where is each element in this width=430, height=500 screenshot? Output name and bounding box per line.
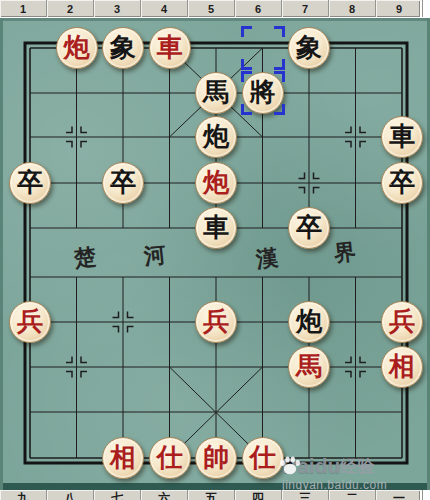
red-piece-炮-f5r3[interactable]: 炮: [195, 162, 237, 204]
red-piece-仕-f4r9[interactable]: 仕: [149, 437, 191, 479]
black-piece-象-f7r0[interactable]: 象: [288, 27, 330, 69]
piece-glyph: 卒: [110, 169, 136, 195]
file-label-5-bottom: 五: [188, 490, 235, 500]
piece-glyph: 象: [296, 34, 322, 60]
piece-glyph: 馬: [203, 79, 229, 105]
piece-glyph: 馬: [296, 353, 322, 379]
file-label-9-top: 9: [376, 0, 423, 17]
piece-glyph: 兵: [389, 308, 415, 334]
piece-glyph: 車: [203, 214, 229, 240]
piece-glyph: 仕: [157, 444, 183, 470]
river-char-han: 漢: [253, 244, 279, 273]
red-piece-仕-f6r9[interactable]: 仕: [242, 437, 284, 479]
red-piece-兵-f5r6[interactable]: 兵: [195, 301, 237, 343]
piece-glyph: 炮: [296, 308, 322, 334]
river-char-jie: 界: [332, 238, 358, 266]
black-piece-卒-f3r3[interactable]: 卒: [102, 162, 144, 204]
river-char-chu: 楚: [71, 243, 98, 272]
black-piece-卒-f1r3[interactable]: 卒: [9, 162, 51, 204]
black-piece-炮-f5r2[interactable]: 炮: [195, 116, 237, 158]
bottom-file-ruler: 九八七六五四三二一: [0, 490, 420, 500]
file-label-6-top: 6: [235, 0, 282, 17]
file-label-4-bottom: 六: [141, 490, 188, 500]
black-piece-卒-f9r3[interactable]: 卒: [381, 162, 423, 204]
file-label-5-top: 5: [188, 0, 235, 17]
xiangqi-game-screen: 123456789 楚 河 漢 界 炮象車象馬將炮車卒卒炮卒車卒兵兵炮兵馬相相仕…: [0, 0, 430, 500]
file-label-6-bottom: 四: [235, 490, 282, 500]
piece-glyph: 兵: [203, 308, 229, 334]
red-piece-相-f3r9[interactable]: 相: [102, 437, 144, 479]
red-piece-帥-f5r9[interactable]: 帥: [195, 437, 237, 479]
piece-glyph: 象: [110, 34, 136, 60]
black-piece-象-f3r0[interactable]: 象: [102, 27, 144, 69]
piece-glyph: 炮: [64, 34, 90, 60]
file-label-3-top: 3: [94, 0, 141, 17]
file-label-2-top: 2: [47, 0, 94, 17]
black-piece-車-f9r2[interactable]: 車: [381, 116, 423, 158]
piece-glyph: 炮: [203, 123, 229, 149]
piece-glyph: 車: [389, 123, 415, 149]
file-label-9-bottom: 一: [376, 490, 423, 500]
file-label-8-bottom: 二: [329, 490, 376, 500]
file-label-1-top: 1: [0, 0, 47, 17]
piece-glyph: 帥: [203, 444, 229, 470]
piece-glyph: 將: [250, 79, 276, 105]
piece-glyph: 炮: [203, 169, 229, 195]
black-piece-馬-f5r1[interactable]: 馬: [195, 72, 237, 114]
black-piece-車-f5r4[interactable]: 車: [195, 207, 237, 249]
file-label-4-top: 4: [141, 0, 188, 17]
piece-glyph: 仕: [250, 444, 276, 470]
piece-glyph: 車: [157, 34, 183, 60]
file-label-1-bottom: 九: [0, 490, 47, 500]
piece-glyph: 卒: [17, 169, 43, 195]
red-piece-兵-f1r6[interactable]: 兵: [9, 301, 51, 343]
black-piece-將-f6r1[interactable]: 將: [242, 72, 284, 114]
piece-glyph: 相: [110, 444, 136, 470]
red-piece-炮-f2r0[interactable]: 炮: [56, 27, 98, 69]
river-char-he: 河: [142, 241, 168, 269]
file-label-7-top: 7: [282, 0, 329, 17]
piece-glyph: 兵: [17, 308, 43, 334]
file-label-7-bottom: 三: [282, 490, 329, 500]
black-piece-炮-f7r6[interactable]: 炮: [288, 301, 330, 343]
file-label-8-top: 8: [329, 0, 376, 17]
red-piece-車-f4r0[interactable]: 車: [149, 27, 191, 69]
red-piece-相-f9r7[interactable]: 相: [381, 346, 423, 388]
red-piece-兵-f9r6[interactable]: 兵: [381, 301, 423, 343]
piece-glyph: 卒: [389, 169, 415, 195]
file-label-2-bottom: 八: [47, 490, 94, 500]
piece-glyph: 相: [389, 353, 415, 379]
black-piece-卒-f7r4[interactable]: 卒: [288, 207, 330, 249]
red-piece-馬-f7r7[interactable]: 馬: [288, 346, 330, 388]
piece-glyph: 卒: [296, 214, 322, 240]
file-label-3-bottom: 七: [94, 490, 141, 500]
top-file-ruler: 123456789: [0, 0, 420, 17]
xiangqi-board[interactable]: 楚 河 漢 界 炮象車象馬將炮車卒卒炮卒車卒兵兵炮兵馬相相仕帥仕 Baidu: [0, 18, 430, 490]
